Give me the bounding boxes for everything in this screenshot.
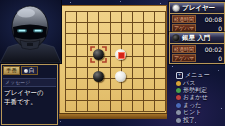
- grid-line: [121, 11, 122, 111]
- grid-line: [154, 11, 155, 111]
- player-black-card: 銀星 入門 経過時間 00:02 アゲハマ 0: [169, 32, 225, 64]
- white-time-value: 00:08: [205, 16, 222, 23]
- turn-message: プレイヤーの 手番です。: [2, 87, 57, 109]
- grid-line: [65, 89, 165, 90]
- grid-line: [87, 11, 88, 111]
- plus-button-icon: +: [176, 72, 183, 79]
- command-menu: + メニュー パス 形勢判定 おまかせ まった ヒント 投了: [176, 72, 224, 124]
- last-move-marker-icon: [118, 52, 125, 59]
- x-button-icon: [176, 103, 181, 108]
- black-time-row: 経過時間 00:02: [170, 44, 224, 53]
- b-button-icon: [176, 88, 181, 93]
- player-white-name: プレイヤー: [182, 4, 215, 13]
- player-black-header: 銀星 入門: [170, 33, 224, 44]
- time-label: 経過時間: [172, 15, 196, 23]
- grid-line: [65, 100, 165, 101]
- player-black-name: 銀星 入門: [182, 34, 210, 43]
- grid-line: [65, 33, 165, 34]
- grid-line: [110, 11, 111, 111]
- grid-line: [65, 11, 66, 111]
- grid-line: [165, 11, 166, 111]
- turn-label: 手番: [3, 66, 20, 75]
- grid-line: [132, 11, 133, 111]
- turn-message-line2: 手番です。: [4, 98, 55, 107]
- black-time-value: 00:02: [205, 46, 222, 53]
- cursor-bracket-icon: [90, 46, 107, 63]
- robot-head-icon: [0, 0, 61, 63]
- black-captures-row: アゲハマ 0: [170, 53, 224, 63]
- turn-value: 白: [21, 66, 38, 75]
- black-captures-value: 0: [218, 55, 222, 62]
- grid-line: [65, 11, 165, 12]
- player-white-header: プレイヤー: [170, 3, 224, 14]
- time-label: 経過時間: [172, 45, 196, 53]
- l-button-icon: [176, 110, 181, 115]
- white-stone-icon: [24, 69, 28, 73]
- ai-avatar: [0, 0, 62, 64]
- grid-line: [143, 11, 144, 111]
- grid-line: [76, 11, 77, 111]
- grid-line: [65, 44, 165, 45]
- grid-line: [65, 22, 165, 23]
- message-section-label: メッセージ: [3, 78, 56, 87]
- white-time-row: 経過時間 00:08: [170, 14, 224, 23]
- black-stone-icon: [172, 34, 180, 42]
- grid-line: [65, 111, 165, 112]
- menu-item-resign[interactable]: 投了: [176, 116, 224, 123]
- turn-info-panel: 手番 白 メッセージ プレイヤーの 手番です。: [1, 64, 58, 125]
- white-stone: [115, 71, 126, 82]
- grid-line: [65, 67, 165, 68]
- player-white-card: プレイヤー 経過時間 00:08 アゲハマ 0: [169, 2, 225, 34]
- captures-label: アゲハマ: [172, 24, 196, 32]
- r-button-icon: [176, 118, 181, 123]
- black-stone: [93, 71, 104, 82]
- turn-message-line1: プレイヤーの: [4, 89, 55, 98]
- white-captures-value: 0: [218, 25, 222, 32]
- game-screen: 手番 白 メッセージ プレイヤーの 手番です。 プレイヤー 経過時間 00:08…: [0, 0, 225, 126]
- white-stone-icon: [172, 4, 180, 12]
- captures-label: アゲハマ: [172, 54, 196, 62]
- go-board[interactable]: [59, 5, 167, 115]
- a-button-icon: [176, 81, 181, 86]
- y-button-icon: [176, 95, 181, 100]
